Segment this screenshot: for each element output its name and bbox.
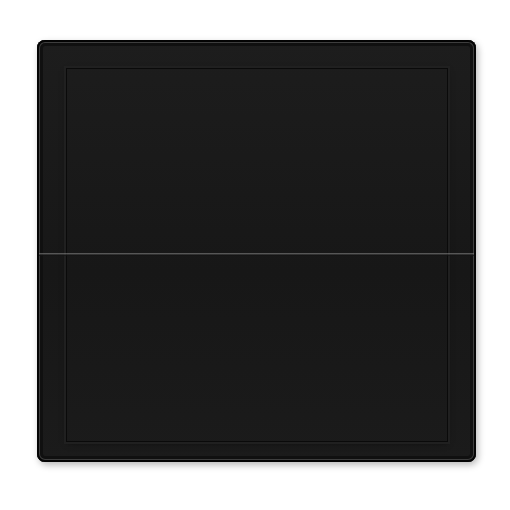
file-labels-bottom: [67, 446, 447, 457]
board-frame: [37, 40, 476, 462]
fold-seam: [39, 253, 474, 256]
file-labels-top: [67, 54, 447, 65]
